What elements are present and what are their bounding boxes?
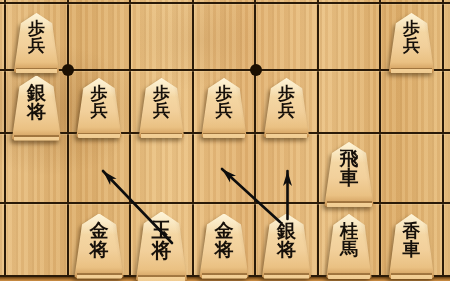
square-3f	[255, 3, 318, 70]
piece-rook-2h[interactable]: 飛車	[324, 142, 374, 200]
square-2g	[318, 70, 380, 133]
shogi-board-screenshot: 歩兵歩兵銀将歩兵歩兵歩兵歩兵飛車金将玉将金将銀将桂馬香車	[0, 0, 450, 281]
piece-face: 銀将	[262, 214, 312, 279]
square-1g	[380, 70, 443, 133]
board-grid: 歩兵歩兵銀将歩兵歩兵歩兵歩兵飛車金将玉将金将銀将桂馬香車	[0, 0, 450, 281]
piece-face: 歩兵	[389, 13, 435, 73]
piece-face: 歩兵	[201, 78, 247, 138]
piece-face: 銀将	[12, 76, 62, 141]
piece-pawn-4g[interactable]: 歩兵	[201, 78, 247, 131]
square-4f	[193, 3, 255, 70]
piece-pawn-6g[interactable]: 歩兵	[76, 78, 122, 131]
piece-gold-6i[interactable]: 金将	[74, 214, 124, 272]
square-6h	[68, 133, 130, 203]
square-5f	[130, 3, 193, 70]
piece-face: 玉将	[136, 212, 188, 281]
piece-pawn-7f[interactable]: 歩兵	[14, 13, 60, 66]
piece-face: 香車	[389, 214, 435, 279]
piece-lance-1i[interactable]: 香車	[389, 214, 435, 271]
square-2f	[318, 3, 380, 70]
piece-face: 桂馬	[326, 214, 372, 279]
piece-pawn-5g[interactable]: 歩兵	[139, 78, 185, 131]
square-7h	[5, 133, 68, 203]
piece-knight-2i[interactable]: 桂馬	[326, 214, 372, 271]
piece-face: 歩兵	[139, 78, 185, 138]
piece-silver-7g[interactable]: 銀将	[12, 76, 62, 134]
square-7i	[5, 203, 68, 276]
piece-face: 歩兵	[264, 78, 310, 138]
piece-king-5i[interactable]: 玉将	[136, 212, 188, 274]
piece-silver-3i[interactable]: 銀将	[262, 214, 312, 272]
piece-pawn-1f[interactable]: 歩兵	[389, 13, 435, 66]
square-4h	[193, 133, 255, 203]
piece-face: 歩兵	[14, 13, 60, 73]
square-3h	[255, 133, 318, 203]
square-1h	[380, 133, 443, 203]
piece-pawn-3g[interactable]: 歩兵	[264, 78, 310, 131]
piece-face: 飛車	[324, 142, 374, 207]
square-5h	[130, 133, 193, 203]
piece-face: 金将	[74, 214, 124, 279]
piece-gold-4i[interactable]: 金将	[199, 214, 249, 272]
piece-face: 金将	[199, 214, 249, 279]
square-6f	[68, 3, 130, 70]
piece-face: 歩兵	[76, 78, 122, 138]
